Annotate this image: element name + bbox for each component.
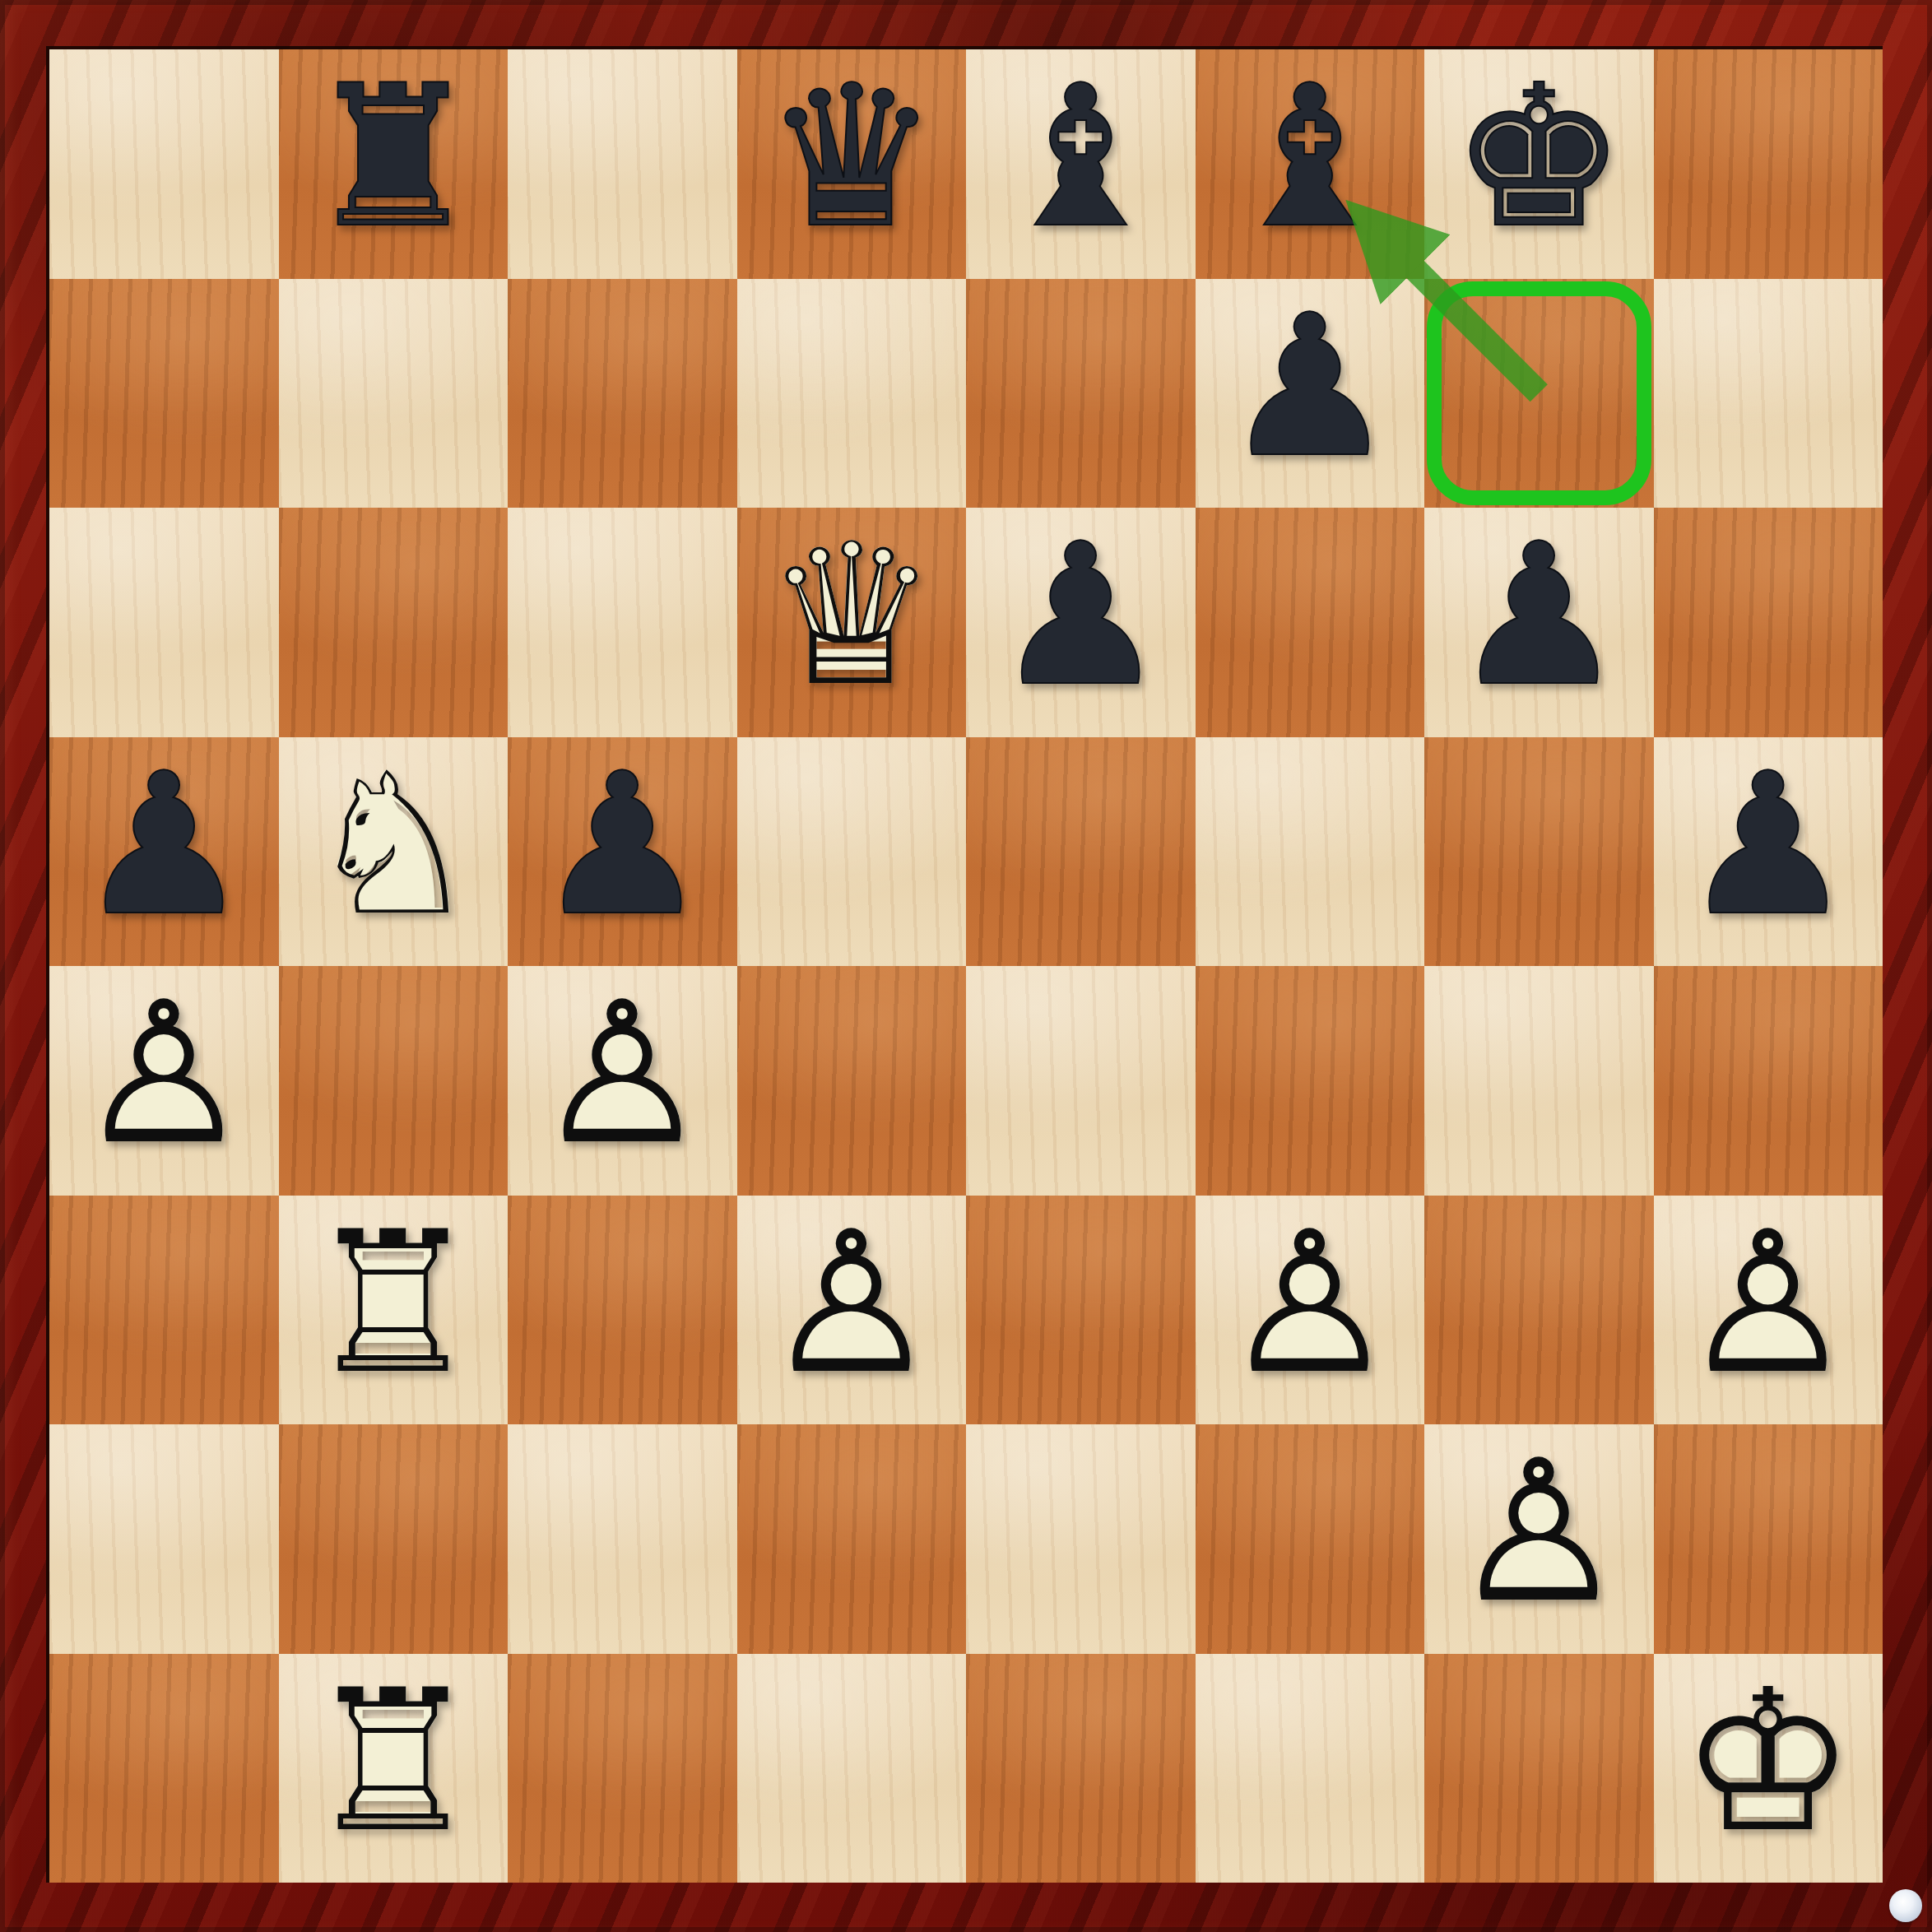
piece-black-pawn[interactable]: ♟ — [1424, 508, 1654, 737]
square-g2[interactable]: ♟♙ — [1424, 1424, 1654, 1654]
piece-white-knight[interactable]: ♞♘ — [279, 737, 509, 967]
square-d5[interactable] — [737, 737, 967, 967]
piece-white-pawn[interactable]: ♟♙ — [1424, 1424, 1654, 1654]
pearl-button — [1889, 1889, 1922, 1922]
square-h1[interactable]: ♚♔ — [1654, 1654, 1883, 1883]
last-move-highlight-ring — [1427, 281, 1651, 506]
square-b1[interactable]: ♜♖ — [279, 1654, 509, 1883]
square-d8[interactable]: ♛ — [737, 49, 967, 279]
square-g5[interactable] — [1424, 737, 1654, 967]
piece-white-rook[interactable]: ♜♖ — [279, 1196, 509, 1425]
piece-black-pawn[interactable]: ♟ — [966, 508, 1196, 737]
square-d6[interactable]: ♛♕ — [737, 508, 967, 737]
square-d7[interactable] — [737, 279, 967, 509]
square-h4[interactable] — [1654, 966, 1883, 1196]
square-c2[interactable] — [508, 1424, 737, 1654]
piece-black-pawn[interactable]: ♟ — [49, 737, 279, 967]
square-a3[interactable] — [49, 1196, 279, 1425]
piece-white-pawn[interactable]: ♟♙ — [49, 966, 279, 1196]
square-e1[interactable] — [966, 1654, 1196, 1883]
square-f8[interactable]: ♝ — [1196, 49, 1425, 279]
piece-white-pawn[interactable]: ♟♙ — [1196, 1196, 1425, 1425]
square-c7[interactable] — [508, 279, 737, 509]
square-a5[interactable]: ♟ — [49, 737, 279, 967]
piece-black-pawn[interactable]: ♟ — [1196, 279, 1425, 509]
square-g3[interactable] — [1424, 1196, 1654, 1425]
square-e2[interactable] — [966, 1424, 1196, 1654]
square-b2[interactable] — [279, 1424, 509, 1654]
square-c1[interactable] — [508, 1654, 737, 1883]
square-g8[interactable]: ♚ — [1424, 49, 1654, 279]
square-c8[interactable] — [508, 49, 737, 279]
square-f6[interactable] — [1196, 508, 1425, 737]
piece-black-rook[interactable]: ♜ — [279, 49, 509, 279]
square-a4[interactable]: ♟♙ — [49, 966, 279, 1196]
square-c6[interactable] — [508, 508, 737, 737]
square-e3[interactable] — [966, 1196, 1196, 1425]
square-b8[interactable]: ♜ — [279, 49, 509, 279]
square-b4[interactable] — [279, 966, 509, 1196]
square-g4[interactable] — [1424, 966, 1654, 1196]
square-f1[interactable] — [1196, 1654, 1425, 1883]
square-a6[interactable] — [49, 508, 279, 737]
square-a7[interactable] — [49, 279, 279, 509]
piece-white-queen[interactable]: ♛♕ — [737, 508, 967, 737]
square-h6[interactable] — [1654, 508, 1883, 737]
square-f5[interactable] — [1196, 737, 1425, 967]
square-e4[interactable] — [966, 966, 1196, 1196]
piece-black-pawn[interactable]: ♟ — [1654, 737, 1883, 967]
square-e5[interactable] — [966, 737, 1196, 967]
square-f3[interactable]: ♟♙ — [1196, 1196, 1425, 1425]
square-g6[interactable]: ♟ — [1424, 508, 1654, 737]
square-g1[interactable] — [1424, 1654, 1654, 1883]
square-f7[interactable]: ♟ — [1196, 279, 1425, 509]
piece-black-king[interactable]: ♚ — [1424, 49, 1654, 279]
square-h5[interactable]: ♟ — [1654, 737, 1883, 967]
square-d2[interactable] — [737, 1424, 967, 1654]
piece-black-pawn[interactable]: ♟ — [508, 737, 737, 967]
square-e8[interactable]: ♝ — [966, 49, 1196, 279]
piece-black-bishop[interactable]: ♝ — [966, 49, 1196, 279]
square-d4[interactable] — [737, 966, 967, 1196]
piece-white-pawn[interactable]: ♟♙ — [1654, 1196, 1883, 1425]
chess-position-screenshot: ♜♛♝♝♚♟♛♕♟♟♟♞♘♟♟♟♙♟♙♜♖♟♙♟♙♟♙♟♙♜♖♚♔ — [0, 0, 1932, 1932]
square-f4[interactable] — [1196, 966, 1425, 1196]
square-h7[interactable] — [1654, 279, 1883, 509]
piece-white-rook[interactable]: ♜♖ — [279, 1654, 509, 1883]
square-c5[interactable]: ♟ — [508, 737, 737, 967]
square-h8[interactable] — [1654, 49, 1883, 279]
square-a2[interactable] — [49, 1424, 279, 1654]
square-c4[interactable]: ♟♙ — [508, 966, 737, 1196]
piece-white-king[interactable]: ♚♔ — [1654, 1654, 1883, 1883]
piece-white-pawn[interactable]: ♟♙ — [508, 966, 737, 1196]
piece-white-pawn[interactable]: ♟♙ — [737, 1196, 967, 1425]
square-c3[interactable] — [508, 1196, 737, 1425]
square-h3[interactable]: ♟♙ — [1654, 1196, 1883, 1425]
square-g7[interactable] — [1424, 279, 1654, 509]
square-e6[interactable]: ♟ — [966, 508, 1196, 737]
square-f2[interactable] — [1196, 1424, 1425, 1654]
square-d3[interactable]: ♟♙ — [737, 1196, 967, 1425]
square-d1[interactable] — [737, 1654, 967, 1883]
square-b3[interactable]: ♜♖ — [279, 1196, 509, 1425]
square-b7[interactable] — [279, 279, 509, 509]
square-h2[interactable] — [1654, 1424, 1883, 1654]
square-a1[interactable] — [49, 1654, 279, 1883]
square-a8[interactable] — [49, 49, 279, 279]
chess-board: ♜♛♝♝♚♟♛♕♟♟♟♞♘♟♟♟♙♟♙♜♖♟♙♟♙♟♙♟♙♜♖♚♔ — [49, 49, 1883, 1883]
square-b5[interactable]: ♞♘ — [279, 737, 509, 967]
square-e7[interactable] — [966, 279, 1196, 509]
square-b6[interactable] — [279, 508, 509, 737]
piece-black-bishop[interactable]: ♝ — [1196, 49, 1425, 279]
piece-black-queen[interactable]: ♛ — [737, 49, 967, 279]
